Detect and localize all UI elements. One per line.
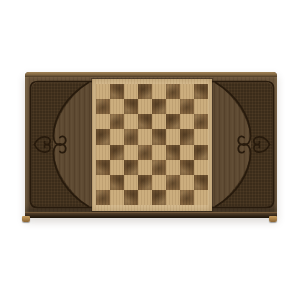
board-square	[138, 190, 152, 205]
board-square	[152, 160, 166, 175]
brass-foot-left	[22, 216, 30, 222]
board-square	[194, 145, 208, 160]
board-square	[166, 99, 180, 114]
board-square	[96, 175, 110, 190]
board-square	[152, 84, 166, 99]
board-square	[138, 114, 152, 129]
board-square	[124, 99, 138, 114]
board-square	[110, 84, 124, 99]
board-square	[180, 160, 194, 175]
board-square	[152, 99, 166, 114]
board-square	[194, 99, 208, 114]
scroll-ornament-icon	[28, 78, 92, 211]
board-square	[166, 190, 180, 205]
board-square	[166, 84, 180, 99]
board-square	[96, 114, 110, 129]
product-photo	[0, 0, 300, 300]
board-square	[180, 145, 194, 160]
scroll-ornament-icon	[212, 78, 276, 211]
board-square	[166, 160, 180, 175]
board-square	[124, 129, 138, 144]
board-square	[194, 114, 208, 129]
board-square	[96, 160, 110, 175]
chessboard-grid	[96, 84, 208, 205]
board-square	[110, 160, 124, 175]
board-square	[194, 84, 208, 99]
board-square	[180, 99, 194, 114]
carved-panel-right	[212, 78, 276, 211]
board-square	[110, 190, 124, 205]
board-square	[194, 129, 208, 144]
board-square	[138, 145, 152, 160]
board-square	[194, 175, 208, 190]
board-square	[124, 114, 138, 129]
board-square	[180, 84, 194, 99]
chessboard-panel	[92, 79, 212, 211]
board-square	[96, 129, 110, 144]
board-square	[152, 114, 166, 129]
board-square	[138, 129, 152, 144]
board-square	[180, 114, 194, 129]
board-square	[124, 175, 138, 190]
case-bottom-rim	[25, 212, 277, 218]
brass-foot-right	[269, 216, 277, 222]
board-square	[124, 84, 138, 99]
board-square	[152, 190, 166, 205]
board-square	[124, 160, 138, 175]
board-square	[110, 175, 124, 190]
board-square	[166, 175, 180, 190]
board-square	[194, 160, 208, 175]
board-square	[180, 129, 194, 144]
board-square	[96, 99, 110, 114]
board-square	[124, 145, 138, 160]
board-square	[138, 175, 152, 190]
board-square	[180, 175, 194, 190]
board-square	[110, 99, 124, 114]
board-square	[96, 190, 110, 205]
board-square	[124, 190, 138, 205]
board-square	[138, 84, 152, 99]
board-square	[110, 129, 124, 144]
board-square	[138, 160, 152, 175]
board-square	[194, 190, 208, 205]
board-square	[152, 129, 166, 144]
board-square	[110, 114, 124, 129]
board-square	[152, 175, 166, 190]
board-square	[96, 145, 110, 160]
board-square	[166, 129, 180, 144]
carved-panel-left	[28, 78, 92, 211]
board-square	[166, 114, 180, 129]
board-square	[166, 145, 180, 160]
board-square	[180, 190, 194, 205]
board-square	[110, 145, 124, 160]
board-square	[138, 99, 152, 114]
board-square	[96, 84, 110, 99]
board-square	[152, 145, 166, 160]
